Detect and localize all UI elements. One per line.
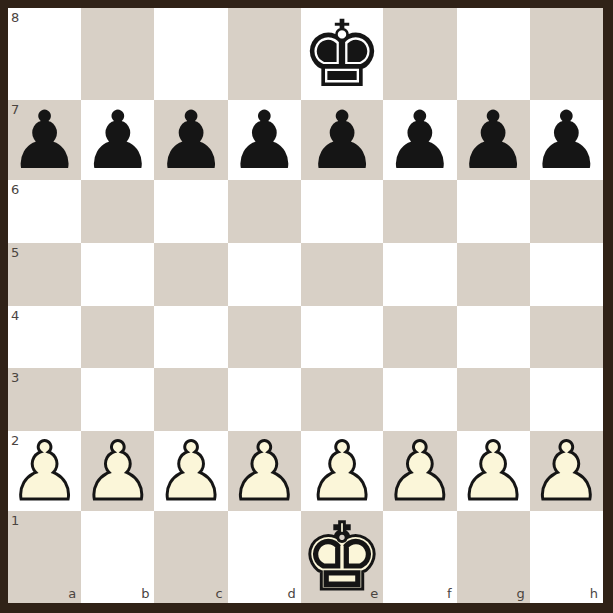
square-e7[interactable]: ♟ (301, 100, 383, 180)
board-frame: 8♚7♟♟♟♟♟♟♟♟65432♟♟♟♟♟♟♟♟1abcde♚fgh (0, 0, 613, 613)
square-f2[interactable]: ♟ (383, 431, 456, 511)
square-d3[interactable] (228, 368, 301, 431)
square-h7[interactable]: ♟ (530, 100, 603, 180)
square-b1[interactable]: b (81, 511, 154, 603)
square-d7[interactable]: ♟ (228, 100, 301, 180)
square-g1[interactable]: g (457, 511, 530, 603)
square-f8[interactable] (383, 8, 456, 100)
rank-label-1: 1 (11, 514, 19, 527)
white-pawn[interactable]: ♟ (82, 432, 154, 512)
square-b8[interactable] (81, 8, 154, 100)
square-a7[interactable]: 7♟ (8, 100, 81, 180)
square-g4[interactable] (457, 306, 530, 369)
square-e6[interactable] (301, 180, 383, 243)
square-f3[interactable] (383, 368, 456, 431)
file-label-d: d (288, 587, 296, 600)
rank-label-6: 6 (11, 183, 19, 196)
square-f6[interactable] (383, 180, 456, 243)
square-a5[interactable]: 5 (8, 243, 81, 306)
square-h3[interactable] (530, 368, 603, 431)
square-e8[interactable]: ♚ (301, 8, 383, 100)
square-b5[interactable] (81, 243, 154, 306)
square-a2[interactable]: 2♟ (8, 431, 81, 511)
square-g3[interactable] (457, 368, 530, 431)
white-pawn[interactable]: ♟ (531, 432, 603, 512)
black-pawn[interactable]: ♟ (531, 101, 603, 181)
square-e2[interactable]: ♟ (301, 431, 383, 511)
rank-label-5: 5 (11, 246, 19, 259)
file-label-h: h (590, 587, 598, 600)
square-g6[interactable] (457, 180, 530, 243)
square-g5[interactable] (457, 243, 530, 306)
square-c2[interactable]: ♟ (154, 431, 227, 511)
square-c5[interactable] (154, 243, 227, 306)
square-h8[interactable] (530, 8, 603, 100)
white-pawn[interactable]: ♟ (9, 432, 81, 512)
black-pawn[interactable]: ♟ (82, 101, 154, 181)
square-c8[interactable] (154, 8, 227, 100)
rank-label-8: 8 (11, 11, 19, 24)
black-pawn[interactable]: ♟ (155, 101, 227, 181)
square-b2[interactable]: ♟ (81, 431, 154, 511)
square-b6[interactable] (81, 180, 154, 243)
white-king[interactable]: ♚ (301, 512, 383, 604)
square-h6[interactable] (530, 180, 603, 243)
square-h2[interactable]: ♟ (530, 431, 603, 511)
rank-label-4: 4 (11, 309, 19, 322)
file-label-g: g (517, 587, 525, 600)
square-e1[interactable]: e♚ (301, 511, 383, 603)
square-h5[interactable] (530, 243, 603, 306)
square-a3[interactable]: 3 (8, 368, 81, 431)
square-a4[interactable]: 4 (8, 306, 81, 369)
square-g8[interactable] (457, 8, 530, 100)
white-pawn[interactable]: ♟ (306, 432, 378, 512)
square-d4[interactable] (228, 306, 301, 369)
square-d2[interactable]: ♟ (228, 431, 301, 511)
square-d5[interactable] (228, 243, 301, 306)
square-f4[interactable] (383, 306, 456, 369)
square-a8[interactable]: 8 (8, 8, 81, 100)
square-e5[interactable] (301, 243, 383, 306)
square-c4[interactable] (154, 306, 227, 369)
square-f7[interactable]: ♟ (383, 100, 456, 180)
square-h4[interactable] (530, 306, 603, 369)
square-f1[interactable]: f (383, 511, 456, 603)
rank-label-3: 3 (11, 371, 19, 384)
black-pawn[interactable]: ♟ (384, 101, 456, 181)
black-pawn[interactable]: ♟ (457, 101, 529, 181)
black-pawn[interactable]: ♟ (228, 101, 300, 181)
square-d1[interactable]: d (228, 511, 301, 603)
white-pawn[interactable]: ♟ (228, 432, 300, 512)
square-c3[interactable] (154, 368, 227, 431)
square-d8[interactable] (228, 8, 301, 100)
file-label-a: a (68, 587, 76, 600)
black-pawn[interactable]: ♟ (9, 101, 81, 181)
square-h1[interactable]: h (530, 511, 603, 603)
square-b4[interactable] (81, 306, 154, 369)
file-label-b: b (141, 587, 149, 600)
square-b3[interactable] (81, 368, 154, 431)
square-c1[interactable]: c (154, 511, 227, 603)
square-g7[interactable]: ♟ (457, 100, 530, 180)
square-e3[interactable] (301, 368, 383, 431)
square-e4[interactable] (301, 306, 383, 369)
square-a6[interactable]: 6 (8, 180, 81, 243)
square-b7[interactable]: ♟ (81, 100, 154, 180)
square-g2[interactable]: ♟ (457, 431, 530, 511)
file-label-f: f (447, 587, 452, 600)
white-pawn[interactable]: ♟ (155, 432, 227, 512)
chess-board: 8♚7♟♟♟♟♟♟♟♟65432♟♟♟♟♟♟♟♟1abcde♚fgh (8, 8, 603, 603)
square-a1[interactable]: 1a (8, 511, 81, 603)
black-king[interactable]: ♚ (301, 9, 383, 101)
square-d6[interactable] (228, 180, 301, 243)
square-c6[interactable] (154, 180, 227, 243)
square-f5[interactable] (383, 243, 456, 306)
white-pawn[interactable]: ♟ (384, 432, 456, 512)
black-pawn[interactable]: ♟ (306, 101, 378, 181)
file-label-c: c (215, 587, 222, 600)
white-pawn[interactable]: ♟ (457, 432, 529, 512)
square-c7[interactable]: ♟ (154, 100, 227, 180)
